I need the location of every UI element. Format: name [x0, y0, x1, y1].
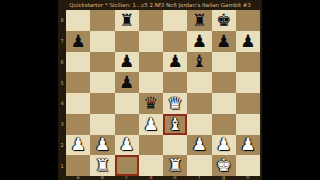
black-pawn: ♟ [192, 33, 207, 50]
square-c7[interactable] [115, 31, 139, 52]
file-label-b: b [90, 175, 114, 180]
rank-label-2: 2 [58, 135, 66, 156]
rank-label-4: 4 [58, 93, 66, 114]
black-king: ♚ [216, 12, 231, 29]
square-a3[interactable] [66, 114, 90, 135]
square-c2[interactable]: ♟ [115, 135, 139, 156]
square-g6[interactable] [212, 52, 236, 73]
white-king: ♚ [216, 157, 231, 174]
square-e6[interactable]: ♟ [163, 52, 187, 73]
white-queen: ♛ [168, 95, 183, 112]
square-h6[interactable] [236, 52, 260, 73]
file-label-c: c [115, 175, 139, 180]
square-c6[interactable]: ♟ [115, 52, 139, 73]
white-pawn: ♟ [192, 136, 207, 153]
black-pawn: ♟ [240, 33, 255, 50]
file-label-f: f [187, 175, 211, 180]
square-h4[interactable] [236, 93, 260, 114]
square-f1[interactable] [187, 155, 211, 176]
square-f5[interactable] [187, 72, 211, 93]
square-e4[interactable]: ♛ [163, 93, 187, 114]
black-pawn: ♟ [119, 74, 134, 91]
board-frame: Quickstarter * Sicilian: 1...c5 2.Nf3 Nc… [58, 0, 262, 180]
black-pawn: ♟ [168, 53, 183, 70]
board-title: Quickstarter * Sicilian: 1...c5 2.Nf3 Nc… [48, 0, 272, 10]
chess-board: ♜♜♚♟♟♟♟♟♟♝♟♛♛♟♝♟♟♟♟♟♟♜♜♚ [66, 10, 260, 176]
square-b6[interactable] [90, 52, 114, 73]
square-g8[interactable]: ♚ [212, 10, 236, 31]
square-a7[interactable]: ♟ [66, 31, 90, 52]
square-f2[interactable]: ♟ [187, 135, 211, 156]
square-h1[interactable] [236, 155, 260, 176]
square-b5[interactable] [90, 72, 114, 93]
file-label-e: e [163, 175, 187, 180]
white-pawn: ♟ [119, 136, 134, 153]
square-a8[interactable] [66, 10, 90, 31]
square-a2[interactable]: ♟ [66, 135, 90, 156]
file-label-g: g [212, 175, 236, 180]
square-b1[interactable]: ♜ [90, 155, 114, 176]
rank-label-8: 8 [58, 10, 66, 31]
square-g4[interactable] [212, 93, 236, 114]
rank-label-5: 5 [58, 72, 66, 93]
square-c3[interactable] [115, 114, 139, 135]
square-f8[interactable]: ♜ [187, 10, 211, 31]
file-label-d: d [139, 175, 163, 180]
square-e7[interactable] [163, 31, 187, 52]
black-rook: ♜ [119, 12, 134, 29]
white-pawn: ♟ [240, 136, 255, 153]
square-e8[interactable] [163, 10, 187, 31]
white-pawn: ♟ [216, 136, 231, 153]
black-bishop: ♝ [192, 53, 207, 70]
white-rook: ♜ [95, 157, 110, 174]
square-g7[interactable]: ♟ [212, 31, 236, 52]
square-g2[interactable]: ♟ [212, 135, 236, 156]
square-d4[interactable]: ♛ [139, 93, 163, 114]
rank-label-7: 7 [58, 31, 66, 52]
rank-label-1: 1 [58, 155, 66, 176]
square-f6[interactable]: ♝ [187, 52, 211, 73]
video-frame: Quickstarter * Sicilian: 1...c5 2.Nf3 Nc… [0, 0, 320, 180]
square-h5[interactable] [236, 72, 260, 93]
square-c1[interactable] [115, 155, 139, 176]
square-c8[interactable]: ♜ [115, 10, 139, 31]
black-pawn: ♟ [216, 33, 231, 50]
file-label-a: a [66, 175, 90, 180]
square-d6[interactable] [139, 52, 163, 73]
square-e2[interactable] [163, 135, 187, 156]
black-rook: ♜ [192, 12, 207, 29]
square-d1[interactable] [139, 155, 163, 176]
square-a5[interactable] [66, 72, 90, 93]
black-pawn: ♟ [71, 33, 86, 50]
square-h7[interactable]: ♟ [236, 31, 260, 52]
square-h8[interactable] [236, 10, 260, 31]
square-d5[interactable] [139, 72, 163, 93]
square-b3[interactable] [90, 114, 114, 135]
square-b8[interactable] [90, 10, 114, 31]
white-rook: ♜ [168, 157, 183, 174]
square-e3[interactable]: ♝ [163, 114, 187, 135]
square-d7[interactable] [139, 31, 163, 52]
square-c5[interactable]: ♟ [115, 72, 139, 93]
file-labels: abcdefgh [66, 175, 260, 180]
rank-labels: 87654321 [58, 10, 66, 176]
square-g3[interactable] [212, 114, 236, 135]
black-queen: ♛ [143, 95, 158, 112]
square-a1[interactable] [66, 155, 90, 176]
square-d2[interactable] [139, 135, 163, 156]
square-a4[interactable] [66, 93, 90, 114]
square-f4[interactable] [187, 93, 211, 114]
file-label-h: h [236, 175, 260, 180]
square-g1[interactable]: ♚ [212, 155, 236, 176]
square-h3[interactable] [236, 114, 260, 135]
square-b4[interactable] [90, 93, 114, 114]
rank-label-3: 3 [58, 114, 66, 135]
square-e1[interactable]: ♜ [163, 155, 187, 176]
square-d3[interactable]: ♟ [139, 114, 163, 135]
white-pawn: ♟ [71, 136, 86, 153]
square-d8[interactable] [139, 10, 163, 31]
square-b7[interactable] [90, 31, 114, 52]
rank-label-6: 6 [58, 52, 66, 73]
square-f3[interactable] [187, 114, 211, 135]
white-pawn: ♟ [143, 116, 158, 133]
square-c4[interactable] [115, 93, 139, 114]
square-h2[interactable]: ♟ [236, 135, 260, 156]
square-g5[interactable] [212, 72, 236, 93]
square-b2[interactable]: ♟ [90, 135, 114, 156]
white-pawn: ♟ [95, 136, 110, 153]
black-pawn: ♟ [119, 53, 134, 70]
square-e5[interactable] [163, 72, 187, 93]
white-bishop: ♝ [168, 116, 183, 133]
square-a6[interactable] [66, 52, 90, 73]
square-f7[interactable]: ♟ [187, 31, 211, 52]
